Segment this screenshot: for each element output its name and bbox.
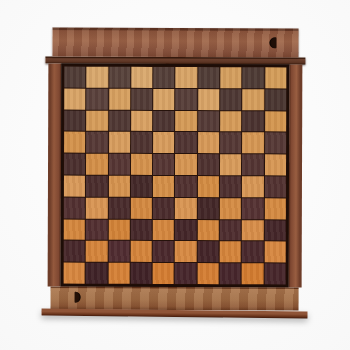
board-square (64, 219, 85, 240)
board-square (198, 198, 219, 219)
board-square (175, 176, 196, 197)
board-square (176, 132, 197, 153)
board-frame-left (48, 64, 62, 287)
board-square (242, 176, 263, 197)
board-square (198, 89, 219, 110)
board-square (265, 176, 286, 197)
board-square (153, 241, 174, 262)
board-square (220, 263, 241, 284)
board-square (175, 241, 196, 262)
board-square (175, 220, 196, 241)
board-square (64, 110, 85, 131)
board-square (109, 176, 130, 197)
board-square (64, 88, 85, 109)
bottom-rail (51, 287, 299, 311)
checkerboard (61, 64, 290, 288)
board-square (86, 154, 107, 175)
board-square (220, 67, 241, 88)
board-square (242, 242, 263, 263)
board-square (220, 176, 241, 197)
board-square (131, 67, 152, 88)
board-assembly (48, 64, 303, 288)
board-square (86, 241, 107, 262)
bottom-lip (41, 309, 307, 319)
board-square (198, 132, 219, 153)
board-square (87, 67, 108, 88)
board-square (86, 263, 107, 284)
board-square (86, 176, 107, 197)
board-square (175, 263, 196, 284)
board-square (198, 111, 219, 132)
board-square (131, 176, 152, 197)
board-square (64, 154, 85, 175)
board-square (86, 132, 107, 153)
board-square (87, 88, 108, 109)
board-square (243, 111, 264, 132)
board-square (153, 154, 174, 175)
board-square (242, 263, 263, 284)
board-square (131, 198, 152, 219)
board-square (131, 219, 152, 240)
board-square (153, 67, 174, 88)
board-square (242, 154, 263, 175)
board-square (64, 176, 85, 197)
board-square (220, 111, 241, 132)
board-square (197, 241, 218, 262)
board-square (86, 110, 107, 131)
board-square (131, 89, 152, 110)
board-square (86, 219, 107, 240)
board-square (264, 242, 285, 263)
board-square (243, 67, 264, 88)
board-square (131, 154, 152, 175)
board-square (153, 263, 174, 284)
board-square (153, 132, 174, 153)
board-square (197, 263, 218, 284)
product-photo-background (0, 0, 350, 350)
board-square (153, 198, 174, 219)
board-square (265, 198, 286, 219)
board-square (108, 263, 129, 284)
board-square (153, 176, 174, 197)
thumb-notch-top-icon (269, 37, 276, 48)
board-square (265, 155, 286, 176)
board-square (108, 219, 129, 240)
board-square (198, 220, 219, 241)
board-square (109, 110, 130, 131)
board-square (175, 154, 196, 175)
board-square (153, 111, 174, 132)
board-square (109, 67, 130, 88)
board-square (64, 263, 85, 284)
board-square (242, 198, 263, 219)
board-square (153, 89, 174, 110)
board-square (64, 132, 85, 153)
board-square (243, 89, 264, 110)
board-square (175, 198, 196, 219)
board-square (265, 89, 286, 110)
board-square (153, 220, 174, 241)
board-square (86, 197, 107, 218)
board-square (242, 133, 263, 154)
board-square (131, 132, 152, 153)
board-square (108, 241, 129, 262)
board-square (220, 242, 241, 263)
board-square (265, 67, 286, 88)
board-square (264, 220, 285, 241)
board-square (64, 241, 85, 262)
board-square (176, 67, 197, 88)
board-square (242, 220, 263, 241)
top-rail (52, 28, 298, 58)
board-frame-right (289, 64, 303, 287)
games-box (44, 28, 305, 318)
board-square (131, 110, 152, 131)
thumb-notch-bottom-icon (75, 292, 81, 303)
board-square (176, 89, 197, 110)
board-square (109, 154, 130, 175)
board-square (220, 89, 241, 110)
board-square (176, 111, 197, 132)
board-square (198, 154, 219, 175)
board-square (220, 154, 241, 175)
board-square (64, 197, 85, 218)
board-square (264, 264, 285, 285)
board-square (198, 67, 219, 88)
board-square (108, 198, 129, 219)
board-square (64, 67, 85, 88)
board-square (220, 220, 241, 241)
board-square (220, 133, 241, 154)
board-square (131, 263, 152, 284)
board-square (265, 133, 286, 154)
board-square (109, 132, 130, 153)
board-square (109, 89, 130, 110)
board-square (220, 198, 241, 219)
board-square (265, 111, 286, 132)
board-square (131, 241, 152, 262)
board-square (198, 176, 219, 197)
